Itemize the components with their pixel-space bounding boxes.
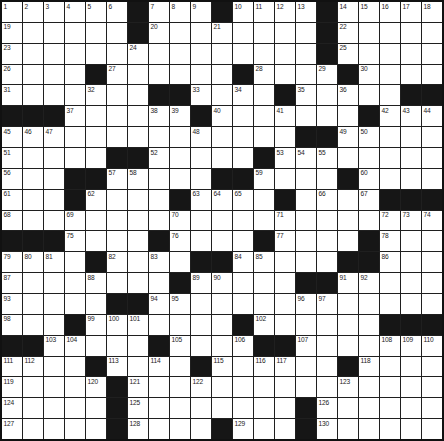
white-cell-r19c6[interactable]: 125 [128,398,148,418]
white-cell-r3c7[interactable] [149,65,169,85]
white-cell-r1c5[interactable] [107,23,127,43]
white-cell-r15c2[interactable] [44,315,64,335]
white-cell-r3c3[interactable] [65,65,85,85]
white-cell-r6c11[interactable] [233,127,253,147]
white-cell-r0c16[interactable]: 14 [338,2,358,22]
white-cell-r11c20[interactable] [422,231,442,251]
white-cell-r0c0[interactable]: 1 [2,2,22,22]
white-cell-r15c16[interactable] [338,315,358,335]
white-cell-r19c7[interactable] [149,398,169,418]
white-cell-r12c15[interactable] [317,252,337,272]
white-cell-r14c12[interactable] [254,294,274,314]
white-cell-r2c12[interactable] [254,44,274,64]
white-cell-r14c14[interactable]: 96 [296,294,316,314]
white-cell-r16c6[interactable] [128,336,148,356]
white-cell-r6c10[interactable] [212,127,232,147]
white-cell-r1c9[interactable] [191,23,211,43]
white-cell-r11c5[interactable] [107,231,127,251]
white-cell-r3c19[interactable] [401,65,421,85]
white-cell-r5c16[interactable] [338,106,358,126]
white-cell-r18c4[interactable]: 120 [86,377,106,397]
white-cell-r2c1[interactable] [23,44,43,64]
white-cell-r19c10[interactable] [212,398,232,418]
white-cell-r0c13[interactable]: 12 [275,2,295,22]
white-cell-r18c2[interactable] [44,377,64,397]
white-cell-r6c1[interactable]: 46 [23,127,43,147]
white-cell-r8c14[interactable] [296,169,316,189]
white-cell-r5c5[interactable] [107,106,127,126]
white-cell-r14c1[interactable] [23,294,43,314]
white-cell-r19c17[interactable] [359,398,379,418]
white-cell-r8c20[interactable] [422,169,442,189]
white-cell-r10c0[interactable]: 68 [2,211,22,231]
white-cell-r20c11[interactable]: 129 [233,419,253,439]
white-cell-r7c17[interactable] [359,148,379,168]
white-cell-r0c7[interactable]: 7 [149,2,169,22]
white-cell-r9c9[interactable]: 63 [191,190,211,210]
white-cell-r17c7[interactable]: 114 [149,357,169,377]
white-cell-r0c3[interactable]: 4 [65,2,85,22]
white-cell-r11c18[interactable]: 78 [380,231,400,251]
white-cell-r10c3[interactable]: 69 [65,211,85,231]
white-cell-r11c9[interactable] [191,231,211,251]
white-cell-r18c9[interactable]: 122 [191,377,211,397]
white-cell-r6c20[interactable] [422,127,442,147]
white-cell-r8c0[interactable]: 56 [2,169,22,189]
white-cell-r8c13[interactable] [275,169,295,189]
white-cell-r9c2[interactable] [44,190,64,210]
white-cell-r20c3[interactable] [65,419,85,439]
white-cell-r10c5[interactable] [107,211,127,231]
white-cell-r4c17[interactable] [359,85,379,105]
white-cell-r4c3[interactable] [65,85,85,105]
white-cell-r4c18[interactable] [380,85,400,105]
white-cell-r2c19[interactable] [401,44,421,64]
white-cell-r8c5[interactable]: 57 [107,169,127,189]
white-cell-r20c17[interactable] [359,419,379,439]
white-cell-r4c16[interactable]: 36 [338,85,358,105]
white-cell-r2c11[interactable] [233,44,253,64]
white-cell-r13c12[interactable] [254,273,274,293]
white-cell-r19c18[interactable] [380,398,400,418]
white-cell-r12c0[interactable]: 79 [2,252,22,272]
white-cell-r19c19[interactable] [401,398,421,418]
white-cell-r17c6[interactable] [128,357,148,377]
white-cell-r2c9[interactable] [191,44,211,64]
white-cell-r20c6[interactable]: 128 [128,419,148,439]
white-cell-r20c4[interactable] [86,419,106,439]
white-cell-r10c17[interactable] [359,211,379,231]
white-cell-r2c3[interactable] [65,44,85,64]
white-cell-r6c12[interactable] [254,127,274,147]
white-cell-r0c8[interactable]: 8 [170,2,190,22]
white-cell-r17c15[interactable] [317,357,337,377]
white-cell-r14c2[interactable] [44,294,64,314]
white-cell-r7c13[interactable]: 53 [275,148,295,168]
white-cell-r17c1[interactable]: 112 [23,357,43,377]
white-cell-r9c1[interactable] [23,190,43,210]
white-cell-r17c8[interactable] [170,357,190,377]
white-cell-r15c1[interactable] [23,315,43,335]
white-cell-r11c3[interactable]: 75 [65,231,85,251]
white-cell-r16c17[interactable] [359,336,379,356]
white-cell-r19c13[interactable] [275,398,295,418]
white-cell-r4c9[interactable]: 33 [191,85,211,105]
white-cell-r14c20[interactable] [422,294,442,314]
white-cell-r17c5[interactable]: 113 [107,357,127,377]
white-cell-r4c14[interactable]: 35 [296,85,316,105]
white-cell-r20c13[interactable] [275,419,295,439]
white-cell-r13c3[interactable] [65,273,85,293]
white-cell-r18c17[interactable] [359,377,379,397]
white-cell-r7c7[interactable]: 52 [149,148,169,168]
white-cell-r18c3[interactable] [65,377,85,397]
white-cell-r2c0[interactable]: 23 [2,44,22,64]
white-cell-r5c19[interactable]: 43 [401,106,421,126]
white-cell-r18c11[interactable] [233,377,253,397]
white-cell-r10c2[interactable] [44,211,64,231]
white-cell-r14c16[interactable] [338,294,358,314]
white-cell-r17c3[interactable] [65,357,85,377]
white-cell-r2c18[interactable] [380,44,400,64]
white-cell-r3c17[interactable]: 30 [359,65,379,85]
white-cell-r17c10[interactable]: 115 [212,357,232,377]
white-cell-r14c7[interactable]: 94 [149,294,169,314]
white-cell-r6c16[interactable]: 49 [338,127,358,147]
white-cell-r13c10[interactable]: 90 [212,273,232,293]
white-cell-r5c12[interactable] [254,106,274,126]
white-cell-r2c8[interactable] [170,44,190,64]
white-cell-r1c2[interactable] [44,23,64,43]
white-cell-r7c18[interactable] [380,148,400,168]
white-cell-r5c3[interactable]: 37 [65,106,85,126]
white-cell-r1c7[interactable]: 20 [149,23,169,43]
white-cell-r14c8[interactable]: 95 [170,294,190,314]
white-cell-r16c9[interactable] [191,336,211,356]
white-cell-r11c19[interactable] [401,231,421,251]
white-cell-r16c18[interactable]: 108 [380,336,400,356]
white-cell-r10c13[interactable]: 71 [275,211,295,231]
white-cell-r18c13[interactable] [275,377,295,397]
white-cell-r17c20[interactable] [422,357,442,377]
white-cell-r4c12[interactable] [254,85,274,105]
white-cell-r4c0[interactable]: 31 [2,85,22,105]
white-cell-r20c15[interactable]: 130 [317,419,337,439]
white-cell-r8c12[interactable]: 59 [254,169,274,189]
white-cell-r8c18[interactable] [380,169,400,189]
white-cell-r15c5[interactable]: 100 [107,315,127,335]
white-cell-r19c4[interactable] [86,398,106,418]
white-cell-r2c13[interactable] [275,44,295,64]
white-cell-r13c16[interactable]: 91 [338,273,358,293]
white-cell-r17c18[interactable] [380,357,400,377]
white-cell-r9c7[interactable] [149,190,169,210]
white-cell-r5c13[interactable]: 41 [275,106,295,126]
white-cell-r3c6[interactable] [128,65,148,85]
white-cell-r1c12[interactable] [254,23,274,43]
white-cell-r8c19[interactable] [401,169,421,189]
white-cell-r20c18[interactable] [380,419,400,439]
white-cell-r10c4[interactable] [86,211,106,231]
white-cell-r1c20[interactable] [422,23,442,43]
white-cell-r1c16[interactable]: 22 [338,23,358,43]
white-cell-r9c6[interactable] [128,190,148,210]
white-cell-r15c10[interactable] [212,315,232,335]
white-cell-r19c12[interactable] [254,398,274,418]
white-cell-r17c19[interactable] [401,357,421,377]
white-cell-r18c15[interactable] [317,377,337,397]
white-cell-r13c9[interactable]: 89 [191,273,211,293]
white-cell-r8c1[interactable] [23,169,43,189]
white-cell-r8c15[interactable] [317,169,337,189]
white-cell-r13c19[interactable] [401,273,421,293]
white-cell-r16c11[interactable]: 106 [233,336,253,356]
white-cell-r13c18[interactable] [380,273,400,293]
white-cell-r19c9[interactable] [191,398,211,418]
white-cell-r7c8[interactable] [170,148,190,168]
white-cell-r14c10[interactable] [212,294,232,314]
white-cell-r16c20[interactable]: 110 [422,336,442,356]
white-cell-r9c14[interactable] [296,190,316,210]
white-cell-r0c14[interactable]: 13 [296,2,316,22]
white-cell-r8c17[interactable]: 60 [359,169,379,189]
white-cell-r6c6[interactable] [128,127,148,147]
white-cell-r3c20[interactable] [422,65,442,85]
white-cell-r18c8[interactable] [170,377,190,397]
white-cell-r6c18[interactable] [380,127,400,147]
white-cell-r15c9[interactable] [191,315,211,335]
white-cell-r12c8[interactable] [170,252,190,272]
white-cell-r1c11[interactable] [233,23,253,43]
white-cell-r9c17[interactable]: 67 [359,190,379,210]
white-cell-r19c8[interactable] [170,398,190,418]
white-cell-r8c7[interactable] [149,169,169,189]
white-cell-r17c13[interactable]: 117 [275,357,295,377]
white-cell-r17c12[interactable]: 116 [254,357,274,377]
white-cell-r7c19[interactable] [401,148,421,168]
white-cell-r14c15[interactable]: 97 [317,294,337,314]
white-cell-r1c17[interactable] [359,23,379,43]
white-cell-r19c15[interactable]: 126 [317,398,337,418]
white-cell-r16c19[interactable]: 109 [401,336,421,356]
white-cell-r12c1[interactable]: 80 [23,252,43,272]
white-cell-r16c15[interactable] [317,336,337,356]
white-cell-r20c12[interactable] [254,419,274,439]
white-cell-r20c1[interactable] [23,419,43,439]
white-cell-r18c7[interactable] [149,377,169,397]
white-cell-r4c2[interactable] [44,85,64,105]
white-cell-r1c1[interactable] [23,23,43,43]
white-cell-r5c18[interactable]: 42 [380,106,400,126]
white-cell-r17c2[interactable] [44,357,64,377]
white-cell-r12c2[interactable]: 81 [44,252,64,272]
white-cell-r1c19[interactable] [401,23,421,43]
white-cell-r18c6[interactable]: 121 [128,377,148,397]
white-cell-r3c8[interactable] [170,65,190,85]
white-cell-r1c13[interactable] [275,23,295,43]
white-cell-r1c4[interactable] [86,23,106,43]
white-cell-r14c3[interactable] [65,294,85,314]
white-cell-r7c3[interactable] [65,148,85,168]
white-cell-r16c10[interactable] [212,336,232,356]
white-cell-r10c1[interactable] [23,211,43,231]
white-cell-r13c6[interactable] [128,273,148,293]
white-cell-r18c18[interactable] [380,377,400,397]
white-cell-r0c4[interactable]: 5 [86,2,106,22]
white-cell-r12c6[interactable] [128,252,148,272]
white-cell-r9c4[interactable]: 62 [86,190,106,210]
white-cell-r12c14[interactable] [296,252,316,272]
white-cell-r7c20[interactable] [422,148,442,168]
white-cell-r3c2[interactable] [44,65,64,85]
white-cell-r14c17[interactable] [359,294,379,314]
white-cell-r3c18[interactable] [380,65,400,85]
white-cell-r10c14[interactable] [296,211,316,231]
white-cell-r20c20[interactable] [422,419,442,439]
white-cell-r2c7[interactable] [149,44,169,64]
white-cell-r7c9[interactable] [191,148,211,168]
white-cell-r5c14[interactable] [296,106,316,126]
white-cell-r14c18[interactable] [380,294,400,314]
white-cell-r0c11[interactable]: 10 [233,2,253,22]
white-cell-r18c10[interactable] [212,377,232,397]
white-cell-r11c15[interactable] [317,231,337,251]
white-cell-r11c6[interactable] [128,231,148,251]
white-cell-r16c3[interactable]: 104 [65,336,85,356]
white-cell-r0c2[interactable]: 3 [44,2,64,22]
white-cell-r8c9[interactable] [191,169,211,189]
white-cell-r3c9[interactable] [191,65,211,85]
white-cell-r5c20[interactable]: 44 [422,106,442,126]
white-cell-r13c1[interactable] [23,273,43,293]
white-cell-r0c17[interactable]: 15 [359,2,379,22]
white-cell-r12c3[interactable] [65,252,85,272]
white-cell-r13c4[interactable]: 88 [86,273,106,293]
white-cell-r6c19[interactable] [401,127,421,147]
white-cell-r10c11[interactable] [233,211,253,231]
white-cell-r12c19[interactable] [401,252,421,272]
white-cell-r7c15[interactable]: 55 [317,148,337,168]
white-cell-r15c0[interactable]: 98 [2,315,22,335]
white-cell-r9c16[interactable] [338,190,358,210]
white-cell-r0c12[interactable]: 11 [254,2,274,22]
white-cell-r7c2[interactable] [44,148,64,168]
white-cell-r5c4[interactable] [86,106,106,126]
white-cell-r13c7[interactable] [149,273,169,293]
white-cell-r10c7[interactable] [149,211,169,231]
white-cell-r13c2[interactable] [44,273,64,293]
white-cell-r13c20[interactable] [422,273,442,293]
white-cell-r19c1[interactable] [23,398,43,418]
white-cell-r7c0[interactable]: 51 [2,148,22,168]
white-cell-r13c5[interactable] [107,273,127,293]
white-cell-r20c19[interactable] [401,419,421,439]
white-cell-r8c6[interactable]: 58 [128,169,148,189]
white-cell-r14c9[interactable] [191,294,211,314]
white-cell-r15c7[interactable] [149,315,169,335]
white-cell-r18c12[interactable] [254,377,274,397]
white-cell-r7c4[interactable] [86,148,106,168]
white-cell-r10c12[interactable] [254,211,274,231]
white-cell-r14c0[interactable]: 93 [2,294,22,314]
white-cell-r5c15[interactable] [317,106,337,126]
white-cell-r5c7[interactable]: 38 [149,106,169,126]
white-cell-r14c13[interactable] [275,294,295,314]
white-cell-r3c0[interactable]: 26 [2,65,22,85]
white-cell-r9c11[interactable]: 65 [233,190,253,210]
white-cell-r19c3[interactable] [65,398,85,418]
white-cell-r1c0[interactable]: 19 [2,23,22,43]
white-cell-r6c3[interactable] [65,127,85,147]
white-cell-r11c10[interactable] [212,231,232,251]
white-cell-r3c14[interactable] [296,65,316,85]
white-cell-r12c7[interactable]: 83 [149,252,169,272]
white-cell-r16c4[interactable] [86,336,106,356]
white-cell-r4c10[interactable] [212,85,232,105]
white-cell-r5c11[interactable] [233,106,253,126]
white-cell-r12c20[interactable] [422,252,442,272]
white-cell-r5c10[interactable]: 40 [212,106,232,126]
white-cell-r6c17[interactable]: 50 [359,127,379,147]
white-cell-r7c14[interactable]: 54 [296,148,316,168]
white-cell-r18c1[interactable] [23,377,43,397]
white-cell-r9c12[interactable] [254,190,274,210]
white-cell-r12c13[interactable] [275,252,295,272]
white-cell-r4c6[interactable] [128,85,148,105]
white-cell-r4c1[interactable] [23,85,43,105]
white-cell-r9c15[interactable]: 66 [317,190,337,210]
white-cell-r16c8[interactable]: 105 [170,336,190,356]
white-cell-r15c8[interactable] [170,315,190,335]
white-cell-r12c5[interactable]: 82 [107,252,127,272]
white-cell-r17c14[interactable] [296,357,316,377]
white-cell-r15c12[interactable]: 102 [254,315,274,335]
white-cell-r11c8[interactable]: 76 [170,231,190,251]
white-cell-r3c10[interactable] [212,65,232,85]
white-cell-r20c16[interactable] [338,419,358,439]
white-cell-r15c4[interactable]: 99 [86,315,106,335]
white-cell-r15c6[interactable]: 101 [128,315,148,335]
white-cell-r0c20[interactable]: 18 [422,2,442,22]
white-cell-r8c8[interactable] [170,169,190,189]
white-cell-r1c3[interactable] [65,23,85,43]
white-cell-r20c8[interactable] [170,419,190,439]
white-cell-r6c8[interactable] [170,127,190,147]
white-cell-r1c8[interactable] [170,23,190,43]
white-cell-r18c14[interactable] [296,377,316,397]
white-cell-r10c6[interactable] [128,211,148,231]
white-cell-r11c16[interactable] [338,231,358,251]
white-cell-r6c4[interactable] [86,127,106,147]
white-cell-r5c6[interactable] [128,106,148,126]
white-cell-r20c7[interactable] [149,419,169,439]
white-cell-r16c14[interactable]: 107 [296,336,316,356]
white-cell-r3c15[interactable]: 29 [317,65,337,85]
white-cell-r15c15[interactable] [317,315,337,335]
white-cell-r15c14[interactable] [296,315,316,335]
white-cell-r4c15[interactable] [317,85,337,105]
white-cell-r0c19[interactable]: 17 [401,2,421,22]
white-cell-r1c14[interactable] [296,23,316,43]
white-cell-r10c10[interactable] [212,211,232,231]
white-cell-r18c0[interactable]: 119 [2,377,22,397]
white-cell-r14c19[interactable] [401,294,421,314]
white-cell-r7c10[interactable] [212,148,232,168]
white-cell-r10c16[interactable] [338,211,358,231]
white-cell-r2c4[interactable] [86,44,106,64]
white-cell-r0c1[interactable]: 2 [23,2,43,22]
white-cell-r10c15[interactable] [317,211,337,231]
